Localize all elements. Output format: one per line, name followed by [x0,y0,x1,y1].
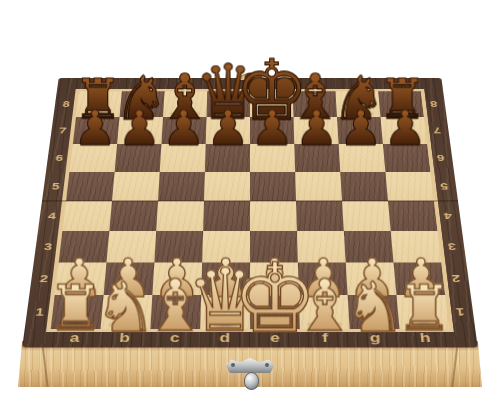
square-g5[interactable] [340,172,388,201]
square-h6[interactable] [383,144,431,172]
file-label-e: e [250,331,300,346]
square-g4[interactable] [342,201,391,231]
file-label-f: f [300,331,351,346]
square-f4[interactable] [296,201,344,231]
chessboard: abcdefgh8877665544332211♜♞♝♛♚♝♞♜♟♟♟♟♟♟♟♟… [22,78,478,347]
square-c4[interactable] [156,201,204,231]
box-corner-joint-left [41,343,48,387]
square-f6[interactable] [294,144,340,172]
square-b5[interactable] [112,172,160,201]
file-label-b: b [99,331,150,346]
square-d4[interactable] [203,201,250,231]
file-label-g: g [350,331,401,346]
square-e5[interactable] [250,172,296,201]
square-a4[interactable] [62,201,112,231]
square-h4[interactable] [388,201,438,231]
box-corner-joint-right [451,343,458,387]
file-label-h: h [400,331,452,346]
square-e4[interactable] [250,201,297,231]
square-h5[interactable] [385,172,434,201]
file-label-c: c [149,331,200,346]
square-g6[interactable] [339,144,386,172]
square-e6[interactable] [250,144,295,172]
rank-label-left-6: 6 [47,152,72,163]
file-label-a: a [49,331,101,346]
box-latch [224,356,276,398]
square-a6[interactable] [69,144,117,172]
file-label-d: d [200,331,250,346]
square-c5[interactable] [158,172,205,201]
fold-seam [42,200,458,201]
square-d5[interactable] [204,172,250,201]
chess-set-photo: abcdefgh8877665544332211♜♞♝♛♚♝♞♜♟♟♟♟♟♟♟♟… [0,0,500,404]
square-b6[interactable] [115,144,162,172]
square-b4[interactable] [109,201,158,231]
latch-screw-icon [231,363,235,367]
square-f5[interactable] [295,172,342,201]
square-c6[interactable] [160,144,206,172]
square-d6[interactable] [205,144,250,172]
square-a5[interactable] [66,172,115,201]
rank-label-right-6: 6 [428,152,453,163]
latch-knob-icon [244,372,259,390]
latch-screw-icon [265,363,269,367]
